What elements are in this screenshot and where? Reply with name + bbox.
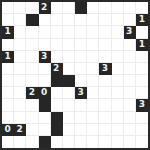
empty-cell-r8c8[interactable] (99, 99, 111, 111)
empty-cell-r1c4[interactable] (51, 14, 63, 26)
empty-cell-r10c2[interactable] (26, 124, 38, 136)
empty-cell-r2c4[interactable] (51, 26, 63, 38)
empty-cell-r5c6[interactable] (75, 63, 87, 75)
empty-cell-r10c9[interactable] (112, 124, 124, 136)
empty-cell-r10c5[interactable] (63, 124, 75, 136)
empty-cell-r8c0[interactable] (2, 99, 14, 111)
empty-cell-r4c10[interactable] (124, 51, 136, 63)
empty-cell-r1c0[interactable] (2, 14, 14, 26)
empty-cell-r4c5[interactable] (63, 51, 75, 63)
empty-cell-r3c8[interactable] (99, 39, 111, 51)
clue-cell-r1c11[interactable]: 1 (136, 14, 148, 26)
empty-cell-r5c10[interactable] (124, 63, 136, 75)
filled-cell-r8c3[interactable] (39, 99, 51, 111)
empty-cell-r9c8[interactable] (99, 112, 111, 124)
empty-cell-r2c9[interactable] (112, 26, 124, 38)
empty-cell-r6c2[interactable] (26, 75, 38, 87)
clue-cell-r10c0[interactable]: 0 (2, 124, 14, 136)
empty-cell-r11c9[interactable] (112, 136, 124, 148)
empty-cell-r2c6[interactable] (75, 26, 87, 38)
clue-cell-r8c11[interactable]: 3 (136, 99, 148, 111)
empty-cell-r3c9[interactable] (112, 39, 124, 51)
empty-cell-r11c6[interactable] (75, 136, 87, 148)
empty-cell-r4c11[interactable] (136, 51, 148, 63)
clue-cell-r5c4[interactable]: 2 (51, 63, 63, 75)
empty-cell-r8c4[interactable] (51, 99, 63, 111)
clue-cell-r7c6[interactable]: 3 (75, 87, 87, 99)
empty-cell-r4c4[interactable] (51, 51, 63, 63)
empty-cell-r3c10[interactable] (124, 39, 136, 51)
empty-cell-r11c8[interactable] (99, 136, 111, 148)
empty-cell-r5c5[interactable] (63, 63, 75, 75)
empty-cell-r1c9[interactable] (112, 14, 124, 26)
filled-cell-r0c6[interactable] (75, 2, 87, 14)
empty-cell-r8c6[interactable] (75, 99, 87, 111)
empty-cell-r5c3[interactable] (39, 63, 51, 75)
empty-cell-r5c1[interactable] (14, 63, 26, 75)
empty-cell-r8c10[interactable] (124, 99, 136, 111)
empty-cell-r11c7[interactable] (87, 136, 99, 148)
empty-cell-r4c7[interactable] (87, 51, 99, 63)
empty-cell-r0c8[interactable] (99, 2, 111, 14)
empty-cell-r4c1[interactable] (14, 51, 26, 63)
empty-cell-r3c6[interactable] (75, 39, 87, 51)
empty-cell-r10c6[interactable] (75, 124, 87, 136)
empty-cell-r8c2[interactable] (26, 99, 38, 111)
empty-cell-r3c0[interactable] (2, 39, 14, 51)
empty-cell-r6c7[interactable] (87, 75, 99, 87)
empty-cell-r6c11[interactable] (136, 75, 148, 87)
empty-cell-r5c0[interactable] (2, 63, 14, 75)
empty-cell-r6c0[interactable] (2, 75, 14, 87)
empty-cell-r9c11[interactable] (136, 112, 148, 124)
empty-cell-r7c11[interactable] (136, 87, 148, 99)
empty-cell-r7c0[interactable] (2, 87, 14, 99)
filled-cell-r10c4[interactable] (51, 124, 63, 136)
empty-cell-r9c1[interactable] (14, 112, 26, 124)
empty-cell-r2c1[interactable] (14, 26, 26, 38)
empty-cell-r7c9[interactable] (112, 87, 124, 99)
empty-cell-r8c9[interactable] (112, 99, 124, 111)
empty-cell-r0c11[interactable] (136, 2, 148, 14)
empty-cell-r4c8[interactable] (99, 51, 111, 63)
empty-cell-r11c10[interactable] (124, 136, 136, 148)
empty-cell-r1c10[interactable] (124, 14, 136, 26)
empty-cell-r0c1[interactable] (14, 2, 26, 14)
empty-cell-r3c1[interactable] (14, 39, 26, 51)
empty-cell-r8c1[interactable] (14, 99, 26, 111)
empty-cell-r1c6[interactable] (75, 14, 87, 26)
empty-cell-r11c11[interactable] (136, 136, 148, 148)
clue-cell-r2c10[interactable]: 3 (124, 26, 136, 38)
clue-cell-r10c1[interactable]: 2 (14, 124, 26, 136)
clue-cell-r5c8[interactable]: 3 (99, 63, 111, 75)
clue-cell-r4c0[interactable]: 1 (2, 51, 14, 63)
empty-cell-r1c8[interactable] (99, 14, 111, 26)
clue-cell-r7c2[interactable]: 2 (26, 87, 38, 99)
empty-cell-r1c1[interactable] (14, 14, 26, 26)
clue-cell-r2c0[interactable]: 1 (2, 26, 14, 38)
empty-cell-r6c6[interactable] (75, 75, 87, 87)
empty-cell-r6c10[interactable] (124, 75, 136, 87)
empty-cell-r10c7[interactable] (87, 124, 99, 136)
empty-cell-r6c3[interactable] (39, 75, 51, 87)
filled-cell-r1c2[interactable] (26, 14, 38, 26)
empty-cell-r10c3[interactable] (39, 124, 51, 136)
empty-cell-r10c11[interactable] (136, 124, 148, 136)
clue-cell-r4c3[interactable]: 3 (39, 51, 51, 63)
clue-cell-r3c11[interactable]: 1 (136, 39, 148, 51)
empty-cell-r2c8[interactable] (99, 26, 111, 38)
empty-cell-r0c0[interactable] (2, 2, 14, 14)
empty-cell-r6c8[interactable] (99, 75, 111, 87)
empty-cell-r5c2[interactable] (26, 63, 38, 75)
filled-cell-r6c4[interactable] (51, 75, 63, 87)
empty-cell-r10c8[interactable] (99, 124, 111, 136)
empty-cell-r9c10[interactable] (124, 112, 136, 124)
empty-cell-r11c0[interactable] (2, 136, 14, 148)
empty-cell-r7c10[interactable] (124, 87, 136, 99)
empty-cell-r0c5[interactable] (63, 2, 75, 14)
empty-cell-r3c7[interactable] (87, 39, 99, 51)
empty-cell-r2c7[interactable] (87, 26, 99, 38)
empty-cell-r4c2[interactable] (26, 51, 38, 63)
empty-cell-r7c8[interactable] (99, 87, 111, 99)
empty-cell-r9c6[interactable] (75, 112, 87, 124)
empty-cell-r5c9[interactable] (112, 63, 124, 75)
empty-cell-r2c3[interactable] (39, 26, 51, 38)
empty-cell-r0c4[interactable] (51, 2, 63, 14)
empty-cell-r6c9[interactable] (112, 75, 124, 87)
empty-cell-r11c1[interactable] (14, 136, 26, 148)
empty-cell-r0c2[interactable] (26, 2, 38, 14)
empty-cell-r9c9[interactable] (112, 112, 124, 124)
empty-cell-r11c4[interactable] (51, 136, 63, 148)
empty-cell-r4c6[interactable] (75, 51, 87, 63)
puzzle-board: 211311323203302 (0, 0, 150, 150)
empty-cell-r1c5[interactable] (63, 14, 75, 26)
empty-cell-r9c0[interactable] (2, 112, 14, 124)
empty-cell-r9c3[interactable] (39, 112, 51, 124)
empty-cell-r0c10[interactable] (124, 2, 136, 14)
empty-cell-r8c5[interactable] (63, 99, 75, 111)
empty-cell-r2c11[interactable] (136, 26, 148, 38)
empty-cell-r10c10[interactable] (124, 124, 136, 136)
empty-cell-r4c9[interactable] (112, 51, 124, 63)
filled-cell-r6c5[interactable] (63, 75, 75, 87)
empty-cell-r2c5[interactable] (63, 26, 75, 38)
empty-cell-r7c5[interactable] (63, 87, 75, 99)
clue-cell-r7c3[interactable]: 0 (39, 87, 51, 99)
filled-cell-r9c4[interactable] (51, 112, 63, 124)
empty-cell-r3c4[interactable] (51, 39, 63, 51)
empty-cell-r9c5[interactable] (63, 112, 75, 124)
empty-cell-r3c2[interactable] (26, 39, 38, 51)
filled-cell-r11c3[interactable] (39, 136, 51, 148)
empty-cell-r6c1[interactable] (14, 75, 26, 87)
empty-cell-r7c1[interactable] (14, 87, 26, 99)
empty-cell-r11c5[interactable] (63, 136, 75, 148)
empty-cell-r11c2[interactable] (26, 136, 38, 148)
empty-cell-r5c7[interactable] (87, 63, 99, 75)
clue-cell-r0c3[interactable]: 2 (39, 2, 51, 14)
empty-cell-r9c7[interactable] (87, 112, 99, 124)
empty-cell-r0c9[interactable] (112, 2, 124, 14)
empty-cell-r9c2[interactable] (26, 112, 38, 124)
empty-cell-r2c2[interactable] (26, 26, 38, 38)
empty-cell-r3c5[interactable] (63, 39, 75, 51)
empty-cell-r1c7[interactable] (87, 14, 99, 26)
empty-cell-r7c7[interactable] (87, 87, 99, 99)
empty-cell-r7c4[interactable] (51, 87, 63, 99)
empty-cell-r8c7[interactable] (87, 99, 99, 111)
empty-cell-r5c11[interactable] (136, 63, 148, 75)
empty-cell-r0c7[interactable] (87, 2, 99, 14)
empty-cell-r1c3[interactable] (39, 14, 51, 26)
empty-cell-r3c3[interactable] (39, 39, 51, 51)
